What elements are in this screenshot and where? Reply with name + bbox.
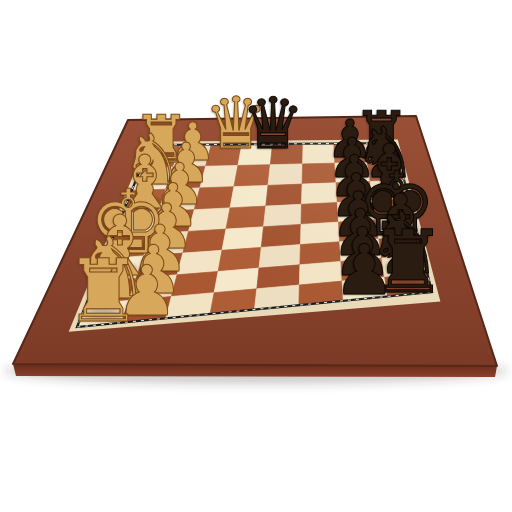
white-rook-h1[interactable]: ♜ <box>65 248 143 335</box>
chess-product-photo: ♜♞♝♚♝♞♜♟♟♟♟♟♟♟♟♜♞♝♚♝♞♜♟♟♟♟♟♟♟♟♛♛ <box>0 0 512 512</box>
black-pawn-h7[interactable]: ♟ <box>333 236 395 305</box>
black-queen-offboard[interactable]: ♛ <box>241 88 305 159</box>
